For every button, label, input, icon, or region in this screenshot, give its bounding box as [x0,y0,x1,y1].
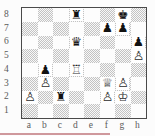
square-f7[interactable]: ♟ [100,22,116,36]
square-d6[interactable]: ♛ [69,36,85,50]
rank-label-7: 7 [0,21,18,35]
rank-labels: 87654321 [0,7,18,117]
square-c5[interactable] [53,49,69,63]
white-pawn-f2[interactable]: ♙ [101,91,114,104]
square-e5[interactable] [84,49,100,63]
square-d3[interactable] [69,77,85,91]
file-label-f: f [99,119,115,131]
square-b4[interactable]: ♟ [38,63,54,77]
square-d1[interactable] [69,104,85,118]
file-label-e: e [83,119,99,131]
square-c6[interactable] [53,36,69,50]
white-king-g2[interactable]: ♔ [116,91,129,104]
chess-board: ♜♚♟♟♛♟♙♟♖♙♕♙♙♜♙♔ [21,7,147,119]
square-g8[interactable]: ♚ [115,8,131,22]
square-h4[interactable] [131,63,147,77]
file-label-h: h [130,119,146,131]
square-e7[interactable] [84,22,100,36]
black-rook-c2[interactable]: ♜ [54,91,67,104]
square-c8[interactable] [53,8,69,22]
square-b5[interactable] [38,49,54,63]
white-pawn-a2[interactable]: ♙ [23,91,36,104]
square-b8[interactable] [38,8,54,22]
square-h6[interactable]: ♟ [131,36,147,50]
file-labels: abcdefgh [21,119,145,131]
square-f3[interactable]: ♕ [100,77,116,91]
square-e2[interactable] [84,91,100,105]
square-a5[interactable] [22,49,38,63]
white-pawn-g3[interactable]: ♙ [116,77,129,90]
rank-label-3: 3 [0,76,18,90]
square-g3[interactable]: ♙ [115,77,131,91]
square-e3[interactable] [84,77,100,91]
black-pawn-g7[interactable]: ♟ [116,22,129,35]
square-b2[interactable] [38,91,54,105]
black-king-g8[interactable]: ♚ [116,8,129,21]
square-a1[interactable] [22,104,38,118]
square-b6[interactable] [38,36,54,50]
square-h2[interactable] [131,91,147,105]
square-b1[interactable] [38,104,54,118]
rank-label-4: 4 [0,62,18,76]
square-f8[interactable] [100,8,116,22]
square-c3[interactable] [53,77,69,91]
white-pawn-h5[interactable]: ♙ [132,50,145,63]
square-b3[interactable]: ♙ [38,77,54,91]
square-d5[interactable] [69,49,85,63]
black-rook-d8[interactable]: ♜ [70,8,83,21]
square-f5[interactable] [100,49,116,63]
square-d4[interactable]: ♖ [69,63,85,77]
black-queen-d6[interactable]: ♛ [70,36,83,49]
white-queen-f3[interactable]: ♕ [101,77,114,90]
square-a8[interactable] [22,8,38,22]
square-d2[interactable] [69,91,85,105]
square-h3[interactable] [131,77,147,91]
rank-label-8: 8 [0,7,18,21]
square-g7[interactable]: ♟ [115,22,131,36]
square-a2[interactable]: ♙ [22,91,38,105]
square-e4[interactable] [84,63,100,77]
white-rook-d4[interactable]: ♖ [70,63,83,76]
black-pawn-h6[interactable]: ♟ [132,36,145,49]
rank-label-2: 2 [0,90,18,104]
square-e1[interactable] [84,104,100,118]
file-label-b: b [37,119,53,131]
square-h8[interactable] [131,8,147,22]
square-c4[interactable] [53,63,69,77]
square-a4[interactable] [22,63,38,77]
square-e6[interactable] [84,36,100,50]
square-a6[interactable] [22,36,38,50]
square-f6[interactable] [100,36,116,50]
square-f1[interactable] [100,104,116,118]
square-c7[interactable] [53,22,69,36]
black-pawn-b4[interactable]: ♟ [39,63,52,76]
rank-label-1: 1 [0,103,18,117]
square-a7[interactable] [22,22,38,36]
square-d8[interactable]: ♜ [69,8,85,22]
square-c1[interactable] [53,104,69,118]
square-g4[interactable] [115,63,131,77]
file-label-c: c [52,119,68,131]
black-pawn-f7[interactable]: ♟ [101,22,114,35]
square-e8[interactable] [84,8,100,22]
square-g1[interactable] [115,104,131,118]
square-g5[interactable] [115,49,131,63]
square-h1[interactable] [131,104,147,118]
file-label-d: d [68,119,84,131]
square-f2[interactable]: ♙ [100,91,116,105]
square-g6[interactable] [115,36,131,50]
rank-label-5: 5 [0,48,18,62]
square-a3[interactable] [22,77,38,91]
square-g2[interactable]: ♔ [115,91,131,105]
white-pawn-b3[interactable]: ♙ [39,77,52,90]
file-label-a: a [21,119,37,131]
file-label-g: g [114,119,130,131]
square-h7[interactable] [131,22,147,36]
page-underline [0,133,110,135]
square-f4[interactable] [100,63,116,77]
square-b7[interactable] [38,22,54,36]
chess-diagram: 87654321 ♜♚♟♟♛♟♙♟♖♙♕♙♙♜♙♔ abcdefgh [0,0,155,136]
square-h5[interactable]: ♙ [131,49,147,63]
square-d7[interactable] [69,22,85,36]
square-c2[interactable]: ♜ [53,91,69,105]
rank-label-6: 6 [0,35,18,49]
